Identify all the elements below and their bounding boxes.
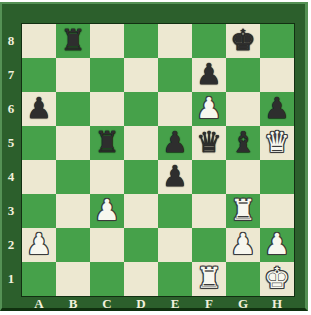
piece-black-pawn-e4[interactable]: ♟	[158, 160, 192, 194]
square-b1[interactable]	[56, 262, 90, 296]
square-h1[interactable]: ♚	[260, 262, 294, 296]
square-h7[interactable]	[260, 58, 294, 92]
square-a8[interactable]	[22, 24, 56, 58]
square-a1[interactable]	[22, 262, 56, 296]
file-label-c: C	[90, 296, 124, 313]
rank-label-4: 4	[2, 160, 20, 194]
square-e3[interactable]	[158, 194, 192, 228]
square-h3[interactable]	[260, 194, 294, 228]
square-c3[interactable]: ♟	[90, 194, 124, 228]
square-e6[interactable]	[158, 92, 192, 126]
piece-black-king-g8[interactable]: ♚	[226, 24, 260, 58]
piece-black-pawn-a6[interactable]: ♟	[22, 92, 56, 126]
board-frame: 87654321 ABCDEFGH ♜♚♟♟♟♟♜♟♛♝♛♟♟♜♟♟♟♜♚	[0, 2, 308, 311]
square-f2[interactable]	[192, 228, 226, 262]
rank-label-7: 7	[2, 58, 20, 92]
piece-black-rook-c5[interactable]: ♜	[90, 126, 124, 160]
board-squares: ♜♚♟♟♟♟♜♟♛♝♛♟♟♜♟♟♟♜♚	[22, 24, 294, 296]
piece-black-rook-b8[interactable]: ♜	[56, 24, 90, 58]
piece-white-queen-h5[interactable]: ♛	[260, 126, 294, 160]
square-b2[interactable]	[56, 228, 90, 262]
square-f1[interactable]: ♜	[192, 262, 226, 296]
square-g3[interactable]: ♜	[226, 194, 260, 228]
square-g6[interactable]	[226, 92, 260, 126]
square-g1[interactable]	[226, 262, 260, 296]
square-a7[interactable]	[22, 58, 56, 92]
square-h5[interactable]: ♛	[260, 126, 294, 160]
square-e5[interactable]: ♟	[158, 126, 192, 160]
rank-label-3: 3	[2, 194, 20, 228]
rank-label-8: 8	[2, 24, 20, 58]
piece-white-rook-f1[interactable]: ♜	[192, 262, 226, 296]
square-b3[interactable]	[56, 194, 90, 228]
file-label-f: F	[192, 296, 226, 313]
piece-black-pawn-h6[interactable]: ♟	[260, 92, 294, 126]
square-d7[interactable]	[124, 58, 158, 92]
file-labels: ABCDEFGH	[22, 296, 294, 313]
piece-white-pawn-f6[interactable]: ♟	[192, 92, 226, 126]
piece-white-rook-g3[interactable]: ♜	[226, 194, 260, 228]
file-label-g: G	[226, 296, 260, 313]
square-e2[interactable]	[158, 228, 192, 262]
square-d6[interactable]	[124, 92, 158, 126]
square-f3[interactable]	[192, 194, 226, 228]
square-h6[interactable]: ♟	[260, 92, 294, 126]
square-d4[interactable]	[124, 160, 158, 194]
square-f8[interactable]	[192, 24, 226, 58]
rank-label-6: 6	[2, 92, 20, 126]
square-a2[interactable]: ♟	[22, 228, 56, 262]
square-b6[interactable]	[56, 92, 90, 126]
square-g4[interactable]	[226, 160, 260, 194]
piece-black-queen-f5[interactable]: ♛	[192, 126, 226, 160]
square-a6[interactable]: ♟	[22, 92, 56, 126]
square-f5[interactable]: ♛	[192, 126, 226, 160]
square-c1[interactable]	[90, 262, 124, 296]
square-e7[interactable]	[158, 58, 192, 92]
rank-label-1: 1	[2, 262, 20, 296]
rank-labels: 87654321	[2, 24, 22, 296]
piece-black-bishop-g5[interactable]: ♝	[226, 126, 260, 160]
square-g8[interactable]: ♚	[226, 24, 260, 58]
file-label-a: A	[22, 296, 56, 313]
square-c4[interactable]	[90, 160, 124, 194]
square-b5[interactable]	[56, 126, 90, 160]
file-label-d: D	[124, 296, 158, 313]
rank-label-5: 5	[2, 126, 20, 160]
square-a4[interactable]	[22, 160, 56, 194]
square-f4[interactable]	[192, 160, 226, 194]
file-label-h: H	[260, 296, 294, 313]
square-b8[interactable]: ♜	[56, 24, 90, 58]
square-c5[interactable]: ♜	[90, 126, 124, 160]
square-g7[interactable]	[226, 58, 260, 92]
file-label-b: B	[56, 296, 90, 313]
square-h4[interactable]	[260, 160, 294, 194]
square-a5[interactable]	[22, 126, 56, 160]
square-d3[interactable]	[124, 194, 158, 228]
square-d2[interactable]	[124, 228, 158, 262]
square-d5[interactable]	[124, 126, 158, 160]
square-c2[interactable]	[90, 228, 124, 262]
square-g2[interactable]: ♟	[226, 228, 260, 262]
piece-white-king-h1[interactable]: ♚	[260, 262, 294, 296]
square-c7[interactable]	[90, 58, 124, 92]
square-b7[interactable]	[56, 58, 90, 92]
piece-black-pawn-e5[interactable]: ♟	[158, 126, 192, 160]
piece-white-pawn-c3[interactable]: ♟	[90, 194, 124, 228]
square-h8[interactable]	[260, 24, 294, 58]
square-h2[interactable]: ♟	[260, 228, 294, 262]
piece-white-pawn-h2[interactable]: ♟	[260, 228, 294, 262]
piece-white-pawn-g2[interactable]: ♟	[226, 228, 260, 262]
square-d1[interactable]	[124, 262, 158, 296]
file-label-e: E	[158, 296, 192, 313]
square-c6[interactable]	[90, 92, 124, 126]
square-g5[interactable]: ♝	[226, 126, 260, 160]
square-e1[interactable]	[158, 262, 192, 296]
square-d8[interactable]	[124, 24, 158, 58]
square-a3[interactable]	[22, 194, 56, 228]
piece-black-pawn-f7[interactable]: ♟	[192, 58, 226, 92]
chessboard-screenshot: 87654321 ABCDEFGH ♜♚♟♟♟♟♜♟♛♝♛♟♟♜♟♟♟♜♚	[0, 0, 311, 315]
rank-label-2: 2	[2, 228, 20, 262]
square-e8[interactable]	[158, 24, 192, 58]
square-f7[interactable]: ♟	[192, 58, 226, 92]
square-b4[interactable]	[56, 160, 90, 194]
square-f6[interactable]: ♟	[192, 92, 226, 126]
square-c8[interactable]	[90, 24, 124, 58]
piece-white-pawn-a2[interactable]: ♟	[22, 228, 56, 262]
square-e4[interactable]: ♟	[158, 160, 192, 194]
